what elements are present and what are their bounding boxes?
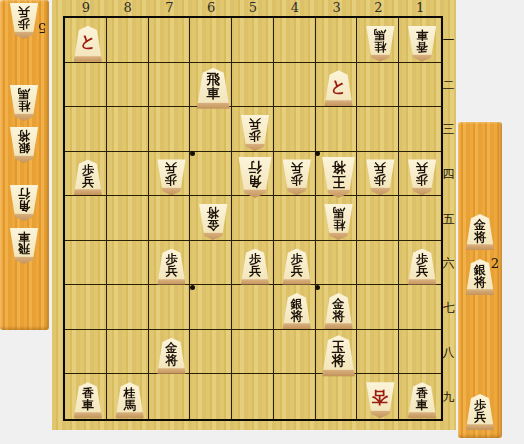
piece-kanji: 桂 馬: [18, 88, 30, 112]
piece-kanji: 歩 兵: [165, 162, 177, 186]
piece-kanji: 歩 兵: [82, 164, 94, 188]
square-9-8[interactable]: [65, 330, 107, 375]
piece-kanji: 香 車: [416, 29, 428, 53]
piece-kanji: 飛 車: [18, 231, 30, 255]
square-5-5[interactable]: [232, 196, 274, 241]
square-1-5[interactable]: [399, 196, 441, 241]
piece-kanji: 角 行: [248, 161, 262, 188]
square-8-1[interactable]: [107, 18, 149, 63]
square-5-1[interactable]: [232, 18, 274, 63]
square-4-1[interactable]: [274, 18, 316, 63]
square-6-7[interactable]: [190, 285, 232, 330]
square-8-5[interactable]: [107, 196, 149, 241]
square-4-8[interactable]: [274, 330, 316, 375]
piece-kanji: 香 車: [416, 387, 428, 411]
piece-kanji: 杏: [372, 389, 388, 405]
square-8-2[interactable]: [107, 63, 149, 108]
file-label-1: 1: [410, 1, 430, 15]
square-5-7[interactable]: [232, 285, 274, 330]
rank-label-1: 一: [441, 32, 456, 48]
square-8-7[interactable]: [107, 285, 149, 330]
file-label-8: 8: [118, 1, 138, 15]
square-2-8[interactable]: [357, 330, 399, 375]
board-grid: と桂 馬香 車飛 車と歩 兵歩 兵歩 兵角 行歩 兵王 将歩 兵歩 兵金 将桂 …: [63, 16, 443, 421]
piece-kanji: 金 将: [333, 298, 345, 322]
square-1-7[interactable]: [399, 285, 441, 330]
piece-kanji: 歩 兵: [291, 162, 303, 186]
gote-komadai: 歩 兵5桂 馬銀 将角 行飛 車: [0, 0, 49, 330]
square-2-3[interactable]: [357, 107, 399, 152]
rank-label-6: 六: [441, 255, 456, 271]
rank-label-2: 二: [441, 77, 456, 93]
rank-label-7: 七: [441, 300, 456, 316]
square-7-7[interactable]: [149, 285, 191, 330]
piece-kanji: 歩 兵: [18, 6, 30, 30]
square-1-2[interactable]: [399, 63, 441, 108]
shogi-board: と桂 馬香 車飛 車と歩 兵歩 兵歩 兵角 行歩 兵王 将歩 兵歩 兵金 将桂 …: [52, 0, 456, 430]
square-2-5[interactable]: [357, 196, 399, 241]
piece-kanji: 香 車: [82, 387, 94, 411]
piece-kanji: 歩 兵: [416, 253, 428, 277]
square-2-7[interactable]: [357, 285, 399, 330]
square-3-1[interactable]: [316, 18, 358, 63]
square-6-6[interactable]: [190, 241, 232, 286]
square-5-2[interactable]: [232, 63, 274, 108]
square-8-3[interactable]: [107, 107, 149, 152]
piece-kanji: 桂 馬: [374, 29, 386, 53]
piece-kanji: 銀 将: [474, 264, 486, 288]
hand-count-gote-pawn: 5: [35, 20, 49, 34]
square-8-6[interactable]: [107, 241, 149, 286]
square-5-8[interactable]: [232, 330, 274, 375]
hand-gote-rook[interactable]: 飛 車: [9, 228, 39, 264]
square-2-6[interactable]: [357, 241, 399, 286]
piece-kanji: と: [80, 34, 96, 50]
piece-kanji: 歩 兵: [249, 118, 261, 142]
square-3-9[interactable]: [316, 374, 358, 419]
piece-kanji: 歩 兵: [374, 162, 386, 186]
piece-kanji: 歩 兵: [416, 162, 428, 186]
piece-kanji: 桂 馬: [333, 207, 345, 231]
square-9-2[interactable]: [65, 63, 107, 108]
piece-kanji: 金 将: [207, 207, 219, 231]
square-1-3[interactable]: [399, 107, 441, 152]
square-6-8[interactable]: [190, 330, 232, 375]
piece-kanji: と: [330, 79, 346, 95]
piece-kanji: 銀 将: [291, 298, 303, 322]
hand-sente-pawn[interactable]: 歩 兵: [465, 394, 495, 430]
hand-gote-bishop[interactable]: 角 行: [9, 185, 39, 221]
app-background: { "game": "shogi", "position": { "sfen":…: [0, 0, 524, 444]
square-7-1[interactable]: [149, 18, 191, 63]
square-6-9[interactable]: [190, 374, 232, 419]
square-7-9[interactable]: [149, 374, 191, 419]
square-2-2[interactable]: [357, 63, 399, 108]
hand-count-sente-silver: 2: [488, 257, 502, 271]
piece-kanji: 金 将: [165, 342, 177, 366]
square-1-8[interactable]: [399, 330, 441, 375]
square-4-3[interactable]: [274, 107, 316, 152]
rank-label-9: 九: [441, 389, 456, 405]
square-8-8[interactable]: [107, 330, 149, 375]
file-label-2: 2: [368, 1, 388, 15]
square-4-2[interactable]: [274, 63, 316, 108]
square-7-2[interactable]: [149, 63, 191, 108]
square-6-3[interactable]: [190, 107, 232, 152]
piece-kanji: 角 行: [18, 188, 30, 212]
piece-kanji: 歩 兵: [165, 253, 177, 277]
star-point: [190, 151, 195, 156]
star-point: [315, 285, 320, 290]
piece-kanji: 歩 兵: [291, 253, 303, 277]
piece-kanji: 飛 車: [206, 73, 220, 100]
file-label-5: 5: [243, 1, 263, 15]
hand-gote-silver[interactable]: 銀 将: [9, 127, 39, 163]
piece-kanji: 玉 将: [332, 341, 346, 368]
rank-label-3: 三: [441, 121, 456, 137]
file-label-3: 3: [327, 1, 347, 15]
piece-kanji: 歩 兵: [249, 253, 261, 277]
file-label-4: 4: [285, 1, 305, 15]
sente-komadai: 金 将銀 将2歩 兵: [458, 122, 502, 438]
file-label-7: 7: [159, 1, 179, 15]
hand-sente-gold[interactable]: 金 将: [465, 214, 495, 250]
square-4-5[interactable]: [274, 196, 316, 241]
square-6-4[interactable]: [190, 152, 232, 197]
star-point: [190, 285, 195, 290]
square-7-5[interactable]: [149, 196, 191, 241]
file-label-6: 6: [201, 1, 221, 15]
piece-kanji: 桂 馬: [124, 387, 136, 411]
hand-gote-knight[interactable]: 桂 馬: [9, 85, 39, 121]
rank-label-8: 八: [441, 344, 456, 360]
piece-kanji: 金 将: [474, 219, 486, 243]
square-9-6[interactable]: [65, 241, 107, 286]
square-6-1[interactable]: [190, 18, 232, 63]
rank-label-5: 五: [441, 211, 456, 227]
square-9-5[interactable]: [65, 196, 107, 241]
square-8-4[interactable]: [107, 152, 149, 197]
piece-kanji: 王 将: [332, 161, 346, 188]
square-4-9[interactable]: [274, 374, 316, 419]
square-9-3[interactable]: [65, 107, 107, 152]
piece-kanji: 銀 将: [18, 130, 30, 154]
square-7-3[interactable]: [149, 107, 191, 152]
square-5-9[interactable]: [232, 374, 274, 419]
square-3-3[interactable]: [316, 107, 358, 152]
square-9-7[interactable]: [65, 285, 107, 330]
piece-kanji: 歩 兵: [474, 399, 486, 423]
rank-label-4: 四: [441, 166, 456, 182]
square-3-6[interactable]: [316, 241, 358, 286]
file-label-9: 9: [76, 1, 96, 15]
